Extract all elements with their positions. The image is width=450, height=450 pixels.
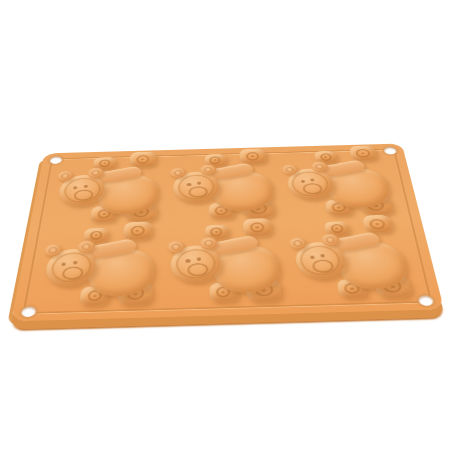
bear-ear-left xyxy=(57,170,75,181)
bear-eye-left xyxy=(310,256,315,260)
bear-paw-top-right xyxy=(243,218,272,236)
bear-ear-right xyxy=(200,237,217,250)
bear-ear-left xyxy=(169,167,185,178)
corner-hole-bottom-right xyxy=(418,295,435,306)
bear-paw-top-right xyxy=(129,152,156,167)
bear-ear-right xyxy=(200,164,216,175)
bear-muzzle xyxy=(303,183,324,194)
bear-head xyxy=(173,171,219,203)
bear-muzzle xyxy=(187,263,208,276)
bear-paw-top-right xyxy=(349,146,378,161)
bear-eye-left xyxy=(61,263,66,267)
silicone-mold-tray xyxy=(11,144,444,322)
bear-ear-left xyxy=(281,164,298,175)
bear-eye-right xyxy=(197,258,201,262)
bear-muzzle xyxy=(61,267,84,280)
bear-eye-left xyxy=(186,259,190,263)
bear-paw-top-right xyxy=(240,149,267,164)
bear-paw-top-right xyxy=(362,215,393,233)
bear-cavity xyxy=(292,221,417,301)
bear-eye-left xyxy=(73,186,77,189)
bear-ear-left xyxy=(288,237,307,250)
bear-ear-left xyxy=(43,244,63,257)
bear-paw-top-right xyxy=(123,222,152,240)
bear-eye-right xyxy=(197,182,201,185)
bear-eye-right xyxy=(321,254,326,258)
cavity-grid xyxy=(40,151,417,308)
bear-eye-left xyxy=(301,180,305,183)
product-photo xyxy=(0,0,450,450)
bear-eye-right xyxy=(310,179,314,182)
bear-muzzle xyxy=(188,187,207,198)
bear-muzzle xyxy=(312,260,335,273)
bear-head xyxy=(170,245,220,283)
bear-ear-left xyxy=(167,240,185,253)
bear-eye-left xyxy=(187,183,191,186)
bear-cavity xyxy=(54,157,164,224)
bear-cavity xyxy=(170,224,287,304)
perspective-wrapper xyxy=(11,144,444,322)
bear-eye-right xyxy=(72,261,77,265)
bear-muzzle xyxy=(73,190,94,201)
bear-cavity xyxy=(40,228,161,308)
bear-cavity xyxy=(172,154,279,221)
bear-eye-right xyxy=(83,185,87,188)
corner-hole-bottom-left xyxy=(21,306,37,317)
bear-cavity xyxy=(284,151,397,218)
